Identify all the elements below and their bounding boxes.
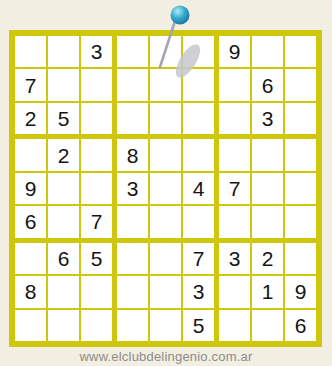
cell-r7c9[interactable] [285,243,316,274]
cell-r7c5[interactable] [150,243,181,274]
cell-r7c3[interactable]: 5 [81,243,112,274]
sudoku-board-grid: 37259632967834765873532196 [15,36,316,341]
cell-r5c7[interactable]: 7 [219,173,250,204]
cell-r1c4[interactable] [117,36,148,67]
cell-r2c6[interactable] [183,69,214,100]
cell-r2c2[interactable] [48,69,79,100]
cell-r1c3[interactable]: 3 [81,36,112,67]
cell-r5c4[interactable]: 3 [117,173,148,204]
cell-r7c2[interactable]: 6 [48,243,79,274]
cell-r6c3[interactable]: 7 [81,206,112,237]
cell-r4c1[interactable] [15,139,46,170]
cell-r9c7[interactable] [219,310,250,341]
sudoku-board: 37259632967834765873532196 [9,30,322,347]
cell-r7c6[interactable]: 7 [183,243,214,274]
cell-r3c7[interactable] [219,103,250,134]
cell-r4c9[interactable] [285,139,316,170]
cell-r4c6[interactable] [183,139,214,170]
cell-r2c1[interactable]: 7 [15,69,46,100]
cell-r5c3[interactable] [81,173,112,204]
cell-r6c7[interactable] [219,206,250,237]
cell-r5c9[interactable] [285,173,316,204]
pushpin-ball [171,6,190,25]
cell-r1c7[interactable]: 9 [219,36,250,67]
sudoku-box-8: 735 [117,243,214,341]
sudoku-box-4: 2967 [15,139,112,237]
cell-r9c8[interactable] [252,310,283,341]
cell-r3c1[interactable]: 2 [15,103,46,134]
cell-r2c8[interactable]: 6 [252,69,283,100]
cell-r9c1[interactable] [15,310,46,341]
cell-r2c9[interactable] [285,69,316,100]
cell-r6c4[interactable] [117,206,148,237]
sudoku-box-2 [117,36,214,134]
cell-r7c1[interactable] [15,243,46,274]
cell-r3c5[interactable] [150,103,181,134]
cell-r9c3[interactable] [81,310,112,341]
cell-r8c4[interactable] [117,276,148,307]
cell-r1c8[interactable] [252,36,283,67]
cell-r4c5[interactable] [150,139,181,170]
cell-r1c9[interactable] [285,36,316,67]
sudoku-box-3: 963 [219,36,316,134]
cell-r3c9[interactable] [285,103,316,134]
cell-r4c7[interactable] [219,139,250,170]
cell-r6c5[interactable] [150,206,181,237]
cell-r2c7[interactable] [219,69,250,100]
watermark: www.elclubdelingenio.com.ar [0,347,332,366]
cell-r8c5[interactable] [150,276,181,307]
cell-r8c1[interactable]: 8 [15,276,46,307]
sudoku-box-9: 32196 [219,243,316,341]
cell-r5c6[interactable]: 4 [183,173,214,204]
cell-r2c3[interactable] [81,69,112,100]
cell-r6c9[interactable] [285,206,316,237]
cell-r6c1[interactable]: 6 [15,206,46,237]
cell-r8c6[interactable]: 3 [183,276,214,307]
sudoku-box-5: 834 [117,139,214,237]
cell-r3c8[interactable]: 3 [252,103,283,134]
cell-r7c8[interactable]: 2 [252,243,283,274]
cell-r7c7[interactable]: 3 [219,243,250,274]
cell-r4c4[interactable]: 8 [117,139,148,170]
sudoku-box-7: 658 [15,243,112,341]
cell-r4c3[interactable] [81,139,112,170]
cell-r5c5[interactable] [150,173,181,204]
cell-r5c8[interactable] [252,173,283,204]
cell-r5c1[interactable]: 9 [15,173,46,204]
cell-r2c4[interactable] [117,69,148,100]
cell-r2c5[interactable] [150,69,181,100]
cell-r3c6[interactable] [183,103,214,134]
cell-r8c2[interactable] [48,276,79,307]
sudoku-box-6: 7 [219,139,316,237]
cell-r1c5[interactable] [150,36,181,67]
cell-r8c7[interactable] [219,276,250,307]
cell-r5c2[interactable] [48,173,79,204]
cell-r8c8[interactable]: 1 [252,276,283,307]
cell-r3c3[interactable] [81,103,112,134]
cell-r9c9[interactable]: 6 [285,310,316,341]
cell-r6c8[interactable] [252,206,283,237]
cell-r1c1[interactable] [15,36,46,67]
sudoku-box-1: 3725 [15,36,112,134]
page-background: { "game": "sudoku", "position": "..3...9… [0,0,332,366]
cell-r1c6[interactable] [183,36,214,67]
cell-r3c2[interactable]: 5 [48,103,79,134]
cell-r6c6[interactable] [183,206,214,237]
cell-r1c2[interactable] [48,36,79,67]
cell-r9c6[interactable]: 5 [183,310,214,341]
cell-r6c2[interactable] [48,206,79,237]
cell-r9c4[interactable] [117,310,148,341]
cell-r4c8[interactable] [252,139,283,170]
cell-r4c2[interactable]: 2 [48,139,79,170]
cell-r7c4[interactable] [117,243,148,274]
cell-r3c4[interactable] [117,103,148,134]
cell-r9c5[interactable] [150,310,181,341]
cell-r9c2[interactable] [48,310,79,341]
cell-r8c3[interactable] [81,276,112,307]
cell-r8c9[interactable]: 9 [285,276,316,307]
